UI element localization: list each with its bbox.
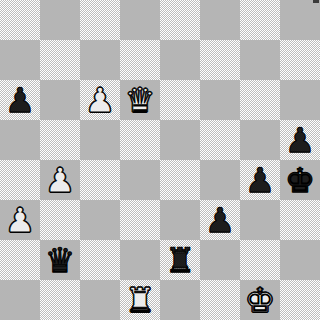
square-f3[interactable]: ♟ [200, 200, 240, 240]
square-c1[interactable] [80, 280, 120, 320]
corner-artifact [313, 0, 319, 3]
square-f1[interactable] [200, 280, 240, 320]
square-a2[interactable] [0, 240, 40, 280]
piece-black-king[interactable]: ♚ [280, 160, 320, 200]
piece-black-pawn[interactable]: ♟ [280, 120, 320, 160]
square-d7[interactable] [120, 40, 160, 80]
square-a4[interactable] [0, 160, 40, 200]
square-d8[interactable] [120, 0, 160, 40]
square-d1[interactable]: ♜ [120, 280, 160, 320]
piece-black-rook[interactable]: ♜ [160, 240, 200, 280]
square-g1[interactable]: ♚ [240, 280, 280, 320]
piece-black-pawn[interactable]: ♟ [200, 200, 240, 240]
square-f7[interactable] [200, 40, 240, 80]
square-f6[interactable] [200, 80, 240, 120]
square-g7[interactable] [240, 40, 280, 80]
square-c3[interactable] [80, 200, 120, 240]
square-f2[interactable] [200, 240, 240, 280]
square-d5[interactable] [120, 120, 160, 160]
square-e6[interactable] [160, 80, 200, 120]
square-d2[interactable] [120, 240, 160, 280]
piece-white-pawn[interactable]: ♟ [40, 160, 80, 200]
square-f8[interactable] [200, 0, 240, 40]
square-e8[interactable] [160, 0, 200, 40]
square-h2[interactable] [280, 240, 320, 280]
square-g2[interactable] [240, 240, 280, 280]
square-g4[interactable]: ♟ [240, 160, 280, 200]
square-c4[interactable] [80, 160, 120, 200]
square-a8[interactable] [0, 0, 40, 40]
square-c2[interactable] [80, 240, 120, 280]
square-e4[interactable] [160, 160, 200, 200]
square-b5[interactable] [40, 120, 80, 160]
square-d4[interactable] [120, 160, 160, 200]
piece-white-queen[interactable]: ♛ [120, 80, 160, 120]
square-b8[interactable] [40, 0, 80, 40]
square-a7[interactable] [0, 40, 40, 80]
piece-white-king[interactable]: ♚ [240, 280, 280, 320]
square-a1[interactable] [0, 280, 40, 320]
square-d6[interactable]: ♛ [120, 80, 160, 120]
square-h1[interactable] [280, 280, 320, 320]
piece-black-pawn[interactable]: ♟ [0, 80, 40, 120]
square-a5[interactable] [0, 120, 40, 160]
square-h3[interactable] [280, 200, 320, 240]
square-b3[interactable] [40, 200, 80, 240]
square-g8[interactable] [240, 0, 280, 40]
chess-board: ♟♟♛♟♟♟♚♟♟♛♜♜♚ [0, 0, 320, 320]
square-g3[interactable] [240, 200, 280, 240]
piece-white-pawn[interactable]: ♟ [0, 200, 40, 240]
square-b4[interactable]: ♟ [40, 160, 80, 200]
square-e2[interactable]: ♜ [160, 240, 200, 280]
square-e1[interactable] [160, 280, 200, 320]
square-g5[interactable] [240, 120, 280, 160]
square-e5[interactable] [160, 120, 200, 160]
chessboard-window: ♟♟♛♟♟♟♚♟♟♛♜♜♚ [0, 0, 320, 320]
square-g6[interactable] [240, 80, 280, 120]
piece-white-rook[interactable]: ♜ [120, 280, 160, 320]
square-a3[interactable]: ♟ [0, 200, 40, 240]
square-f4[interactable] [200, 160, 240, 200]
square-b2[interactable]: ♛ [40, 240, 80, 280]
square-b6[interactable] [40, 80, 80, 120]
square-h4[interactable]: ♚ [280, 160, 320, 200]
square-f5[interactable] [200, 120, 240, 160]
square-h5[interactable]: ♟ [280, 120, 320, 160]
square-h6[interactable] [280, 80, 320, 120]
square-b7[interactable] [40, 40, 80, 80]
square-d3[interactable] [120, 200, 160, 240]
piece-black-pawn[interactable]: ♟ [240, 160, 280, 200]
square-c8[interactable] [80, 0, 120, 40]
square-c7[interactable] [80, 40, 120, 80]
piece-white-pawn[interactable]: ♟ [80, 80, 120, 120]
square-c6[interactable]: ♟ [80, 80, 120, 120]
square-a6[interactable]: ♟ [0, 80, 40, 120]
square-b1[interactable] [40, 280, 80, 320]
square-h7[interactable] [280, 40, 320, 80]
piece-black-queen[interactable]: ♛ [40, 240, 80, 280]
square-c5[interactable] [80, 120, 120, 160]
square-e3[interactable] [160, 200, 200, 240]
square-e7[interactable] [160, 40, 200, 80]
square-h8[interactable] [280, 0, 320, 40]
